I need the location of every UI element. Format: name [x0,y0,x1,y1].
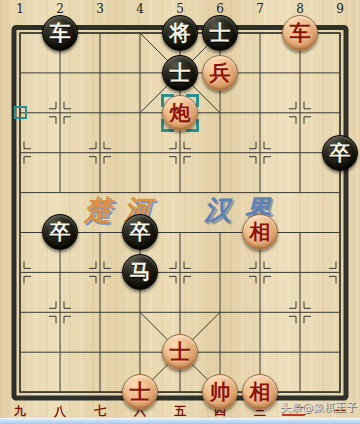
red-cannon[interactable]: 炮 [162,95,198,131]
red-soldier[interactable]: 兵 [202,55,238,91]
black-advisor[interactable]: 士 [162,55,198,91]
bottom-edge-strip [0,418,360,424]
black-horse[interactable]: 马 [122,254,158,290]
red-general[interactable]: 帅 [202,374,238,410]
red-elephant[interactable]: 相 [242,374,278,410]
red-advisor[interactable]: 士 [122,374,158,410]
red-advisor[interactable]: 士 [162,334,198,370]
xiangqi-board[interactable]: 车将士车士兵炮卒卒卒相马士士帅相 [0,13,360,412]
black-advisor[interactable]: 士 [202,15,238,51]
red-chariot[interactable]: 车 [282,15,318,51]
xiangqi-app: 123456789 楚河 汉界 车将士车士兵炮卒卒卒相马士士帅相 九八七六五四三… [0,0,360,424]
red-elephant[interactable]: 相 [242,214,278,250]
watermark: 头条@象棋王子 [280,400,357,415]
last-move-origin-marker [14,106,27,119]
black-general[interactable]: 将 [162,15,198,51]
black-soldier[interactable]: 卒 [42,214,78,250]
black-soldier[interactable]: 卒 [322,135,358,171]
black-soldier[interactable]: 卒 [122,214,158,250]
black-chariot[interactable]: 车 [42,15,78,51]
